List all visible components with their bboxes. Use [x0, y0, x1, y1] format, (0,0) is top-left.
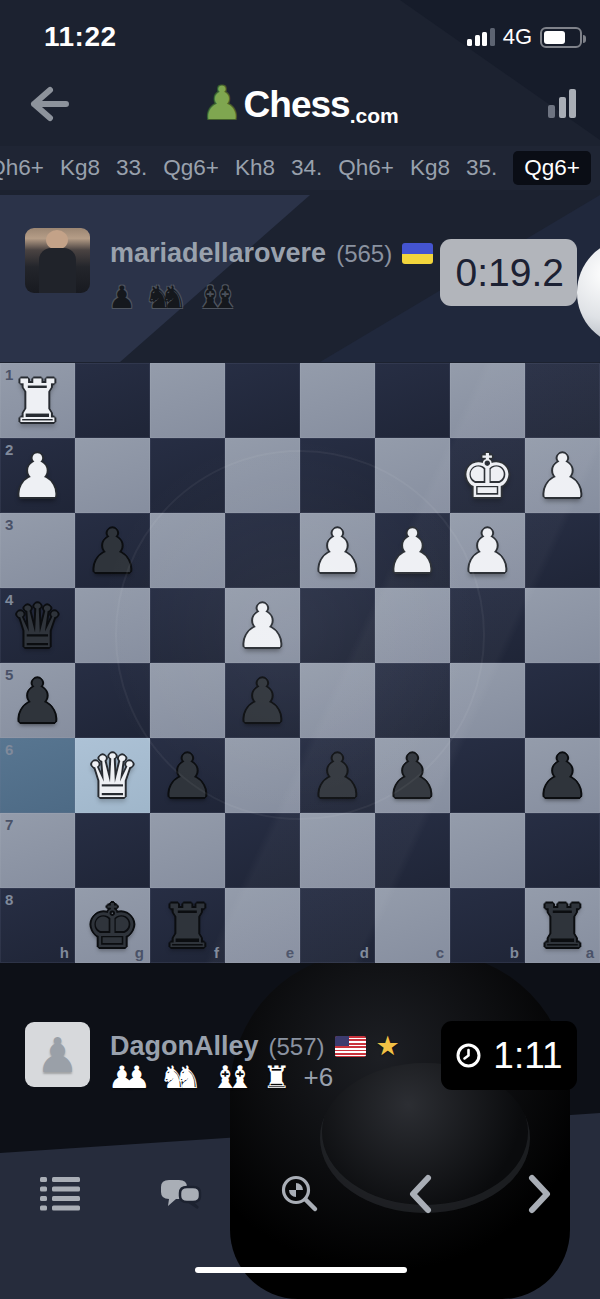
square-d6[interactable]: ♟: [300, 738, 375, 813]
analysis-zoom-button[interactable]: [276, 1170, 324, 1218]
top-player-clock: 0:19.2: [440, 239, 577, 306]
square-g4[interactable]: [75, 588, 150, 663]
piece-bP-a6[interactable]: ♟: [525, 738, 600, 813]
square-g6[interactable]: ♛: [75, 738, 150, 813]
square-g5[interactable]: [75, 663, 150, 738]
captured-piece-group: ♝♝: [196, 282, 239, 313]
piece-bR-a8[interactable]: ♜: [525, 888, 600, 963]
rank-label-7: 7: [5, 816, 13, 833]
piece-bR-f8[interactable]: ♜: [150, 888, 225, 963]
previous-move-button[interactable]: [396, 1170, 444, 1218]
square-c7[interactable]: [375, 813, 450, 888]
square-h8[interactable]: 8h: [0, 888, 75, 963]
square-d3[interactable]: ♟: [300, 513, 375, 588]
captured-piece-group: ♝♝: [211, 1062, 254, 1093]
chesscom-logo: ♟ Chess .com: [0, 72, 600, 138]
home-indicator[interactable]: [195, 1267, 407, 1273]
square-f7[interactable]: [150, 813, 225, 888]
square-c8[interactable]: c: [375, 888, 450, 963]
top-clock-time: 0:19.2: [456, 251, 564, 295]
chess-app-screen: 11:22 4G ♟ Chess .com 32.Qh6+Kg833.Qg6+K…: [0, 0, 600, 1299]
piece-wP-a2[interactable]: ♟: [525, 438, 600, 513]
piece-wP-e4[interactable]: ♟: [225, 588, 300, 663]
rank-label-6: 6: [5, 741, 13, 758]
bottom-player-rating: (557): [269, 1033, 325, 1061]
bottom-player-avatar[interactable]: ♟: [25, 1022, 90, 1087]
move-token[interactable]: 33.: [116, 155, 147, 181]
captured-piece-group: ♞♞: [145, 282, 188, 313]
battery-icon: [540, 27, 582, 48]
square-a6[interactable]: ♟: [525, 738, 600, 813]
move-token[interactable]: Qg6+: [163, 155, 219, 181]
square-a3[interactable]: [525, 513, 600, 588]
avatar-photo: [25, 228, 90, 293]
piece-bP-h5[interactable]: ♟: [0, 663, 75, 738]
piece-bP-f6[interactable]: ♟: [150, 738, 225, 813]
square-b3[interactable]: ♟: [450, 513, 525, 588]
square-g8[interactable]: g♚: [75, 888, 150, 963]
ukraine-flag-icon: [402, 243, 433, 264]
square-c4[interactable]: [375, 588, 450, 663]
square-a4[interactable]: [525, 588, 600, 663]
square-c1[interactable]: [375, 363, 450, 438]
logo-text: Chess: [244, 84, 350, 126]
square-a5[interactable]: [525, 663, 600, 738]
rank-label-3: 3: [5, 516, 13, 533]
piece-bP-e5[interactable]: ♟: [225, 663, 300, 738]
next-move-button[interactable]: [516, 1170, 564, 1218]
background-photo: [0, 963, 600, 1299]
move-token[interactable]: Kg8: [60, 155, 100, 181]
square-b8[interactable]: b: [450, 888, 525, 963]
square-f6[interactable]: ♟: [150, 738, 225, 813]
file-label-b: b: [510, 944, 519, 961]
clock-icon: [455, 1042, 482, 1069]
square-f8[interactable]: f♜: [150, 888, 225, 963]
square-h5[interactable]: 5♟: [0, 663, 75, 738]
status-time: 11:22: [44, 21, 117, 53]
star-icon: ★: [376, 1033, 400, 1060]
square-f1[interactable]: [150, 363, 225, 438]
square-f2[interactable]: [150, 438, 225, 513]
logo-suffix-text: .com: [350, 104, 399, 128]
file-label-h: h: [60, 944, 69, 961]
square-d4[interactable]: [300, 588, 375, 663]
top-player-avatar[interactable]: [25, 228, 90, 293]
square-b2[interactable]: ♚: [450, 438, 525, 513]
square-h7[interactable]: 7: [0, 813, 75, 888]
square-c5[interactable]: [375, 663, 450, 738]
square-g7[interactable]: [75, 813, 150, 888]
chat-button[interactable]: [156, 1170, 204, 1218]
square-b1[interactable]: [450, 363, 525, 438]
square-a2[interactable]: ♟: [525, 438, 600, 513]
chess-board[interactable]: 1♜2♟♚♟3♟♟♟♟4♛♟5♟♟6♛♟♟♟♟78hg♚f♜edcba♜: [0, 363, 600, 963]
square-h2[interactable]: 2♟: [0, 438, 75, 513]
square-b5[interactable]: [450, 663, 525, 738]
piece-wP-d3[interactable]: ♟: [300, 513, 375, 588]
file-label-e: e: [286, 944, 294, 961]
square-d8[interactable]: d: [300, 888, 375, 963]
square-b4[interactable]: [450, 588, 525, 663]
captured-piece-group: ♟♟: [108, 1062, 151, 1093]
app-header: ♟ Chess .com: [0, 72, 600, 138]
piece-wP-h2[interactable]: ♟: [0, 438, 75, 513]
square-d1[interactable]: [300, 363, 375, 438]
file-label-c: c: [436, 944, 444, 961]
bottom-player-name: DagonAlley: [110, 1031, 259, 1062]
logo-pawn-icon: ♟: [201, 80, 242, 126]
square-h1[interactable]: 1♜: [0, 363, 75, 438]
connection-strength-icon[interactable]: [548, 88, 576, 118]
square-e8[interactable]: e: [225, 888, 300, 963]
bottom-toolbar: [0, 1158, 600, 1230]
file-label-d: d: [360, 944, 369, 961]
square-b7[interactable]: [450, 813, 525, 888]
square-c6[interactable]: ♟: [375, 738, 450, 813]
piece-bP-d6[interactable]: ♟: [300, 738, 375, 813]
piece-wP-c3[interactable]: ♟: [375, 513, 450, 588]
top-player-rating: (565): [336, 240, 392, 268]
move-token[interactable]: Qh6+: [0, 155, 44, 181]
square-g1[interactable]: [75, 363, 150, 438]
square-f5[interactable]: [150, 663, 225, 738]
piece-bK-g8[interactable]: ♚: [75, 888, 150, 963]
square-h4[interactable]: 4♛: [0, 588, 75, 663]
cellular-signal-icon: [467, 28, 495, 46]
status-bar: 11:22 4G: [0, 0, 600, 60]
top-player-captured-pieces: ♟♞♞♝♝: [108, 282, 248, 313]
square-g2[interactable]: [75, 438, 150, 513]
piece-wQ-g6[interactable]: ♛: [75, 738, 150, 813]
square-e3[interactable]: [225, 513, 300, 588]
captured-piece-group: ♞♞: [160, 1062, 203, 1093]
square-d5[interactable]: [300, 663, 375, 738]
avatar-pawn-icon: ♟: [25, 1022, 90, 1087]
bottom-player-captured-pieces: ♟♟♞♞♝♝♜+6: [108, 1062, 333, 1093]
square-d7[interactable]: [300, 813, 375, 888]
move-token[interactable]: Qh6+: [338, 155, 394, 181]
square-f3[interactable]: [150, 513, 225, 588]
square-e4[interactable]: ♟: [225, 588, 300, 663]
square-e1[interactable]: [225, 363, 300, 438]
square-a1[interactable]: [525, 363, 600, 438]
square-e5[interactable]: ♟: [225, 663, 300, 738]
move-token[interactable]: 35.: [466, 155, 497, 181]
square-e7[interactable]: [225, 813, 300, 888]
bottom-player-clock: 1:11: [441, 1021, 577, 1090]
square-h3[interactable]: 3: [0, 513, 75, 588]
move-list-bar[interactable]: 32.Qh6+Kg833.Qg6+Kh834.Qh6+Kg835.Qg6+: [0, 146, 600, 190]
square-d2[interactable]: [300, 438, 375, 513]
piece-wK-b2[interactable]: ♚: [450, 438, 525, 513]
current-move[interactable]: Qg6+: [513, 151, 591, 185]
captured-piece-group: ♟: [108, 282, 136, 313]
square-h6[interactable]: 6: [0, 738, 75, 813]
rank-label-8: 8: [5, 891, 13, 908]
move-token[interactable]: Kh8: [235, 155, 275, 181]
bottom-clock-time: 1:11: [493, 1035, 562, 1077]
square-c3[interactable]: ♟: [375, 513, 450, 588]
square-c2[interactable]: [375, 438, 450, 513]
square-e6[interactable]: [225, 738, 300, 813]
piece-bP-c6[interactable]: ♟: [375, 738, 450, 813]
square-b6[interactable]: [450, 738, 525, 813]
moves-list-button[interactable]: [36, 1170, 84, 1218]
square-e2[interactable]: [225, 438, 300, 513]
square-a8[interactable]: a♜: [525, 888, 600, 963]
piece-bQ-h4[interactable]: ♛: [0, 588, 75, 663]
material-advantage: +6: [303, 1062, 333, 1093]
top-player-name: mariadellarovere: [110, 238, 326, 269]
square-g3[interactable]: ♟: [75, 513, 150, 588]
move-token[interactable]: 34.: [291, 155, 322, 181]
piece-wR-h1[interactable]: ♜: [0, 363, 75, 438]
square-a7[interactable]: [525, 813, 600, 888]
piece-bP-g3[interactable]: ♟: [75, 513, 150, 588]
move-token[interactable]: Kg8: [410, 155, 450, 181]
usa-flag-icon: [335, 1036, 366, 1057]
square-f4[interactable]: [150, 588, 225, 663]
captured-piece-group: ♜: [263, 1062, 291, 1093]
piece-wP-b3[interactable]: ♟: [450, 513, 525, 588]
network-type-label: 4G: [503, 24, 532, 50]
